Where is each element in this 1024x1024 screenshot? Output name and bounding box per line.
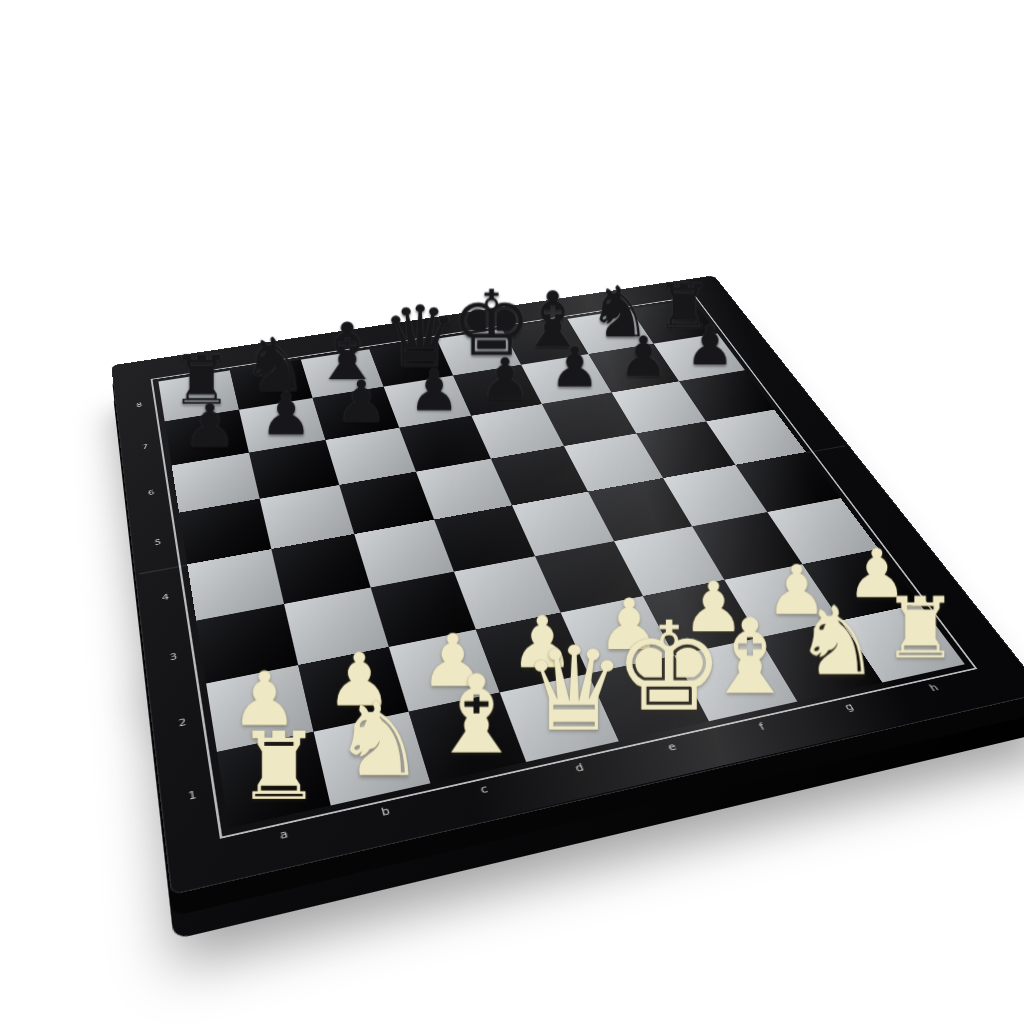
white-queen[interactable]: ♛ bbox=[522, 635, 619, 746]
square-a7[interactable]: ♟ bbox=[165, 410, 249, 465]
black-pawn[interactable]: ♟ bbox=[539, 342, 611, 395]
white-knight[interactable]: ♞ bbox=[790, 596, 883, 686]
square-f4[interactable] bbox=[588, 478, 692, 541]
black-pawn[interactable]: ♟ bbox=[324, 375, 399, 430]
square-h5[interactable] bbox=[706, 409, 806, 464]
product-photo: ♜♞♝♛♚♝♞♜♟♟♟♟♟♟♟♟♟♟♟♟♟♟♟♟♜♞♝♛♚♝♞♜ abcdefg… bbox=[0, 0, 1024, 1024]
white-knight[interactable]: ♞ bbox=[329, 691, 429, 788]
white-rook[interactable]: ♜ bbox=[874, 588, 966, 668]
rank-label-7: 7 bbox=[131, 424, 160, 472]
black-pawn[interactable]: ♟ bbox=[397, 364, 471, 418]
rank-label-2: 2 bbox=[164, 686, 202, 761]
black-pawn[interactable]: ♟ bbox=[607, 331, 679, 384]
rank-label-4: 4 bbox=[149, 567, 183, 629]
white-bishop[interactable]: ♝ bbox=[427, 664, 526, 767]
rank-label-8: 8 bbox=[126, 383, 154, 427]
scene: ♜♞♝♛♚♝♞♜♟♟♟♟♟♟♟♟♟♟♟♟♟♟♟♟♜♞♝♛♚♝♞♜ abcdefg… bbox=[0, 0, 1024, 1024]
white-rook[interactable]: ♜ bbox=[228, 721, 330, 810]
white-king[interactable]: ♚ bbox=[614, 609, 710, 726]
chessboard: ♜♞♝♛♚♝♞♜♟♟♟♟♟♟♟♟♟♟♟♟♟♟♟♟♜♞♝♛♚♝♞♜ abcdefg… bbox=[111, 275, 1024, 895]
rank-label-6: 6 bbox=[136, 467, 167, 519]
black-pawn[interactable]: ♟ bbox=[469, 353, 542, 407]
board-frame: ♜♞♝♛♚♝♞♜♟♟♟♟♟♟♟♟♟♟♟♟♟♟♟♟♜♞♝♛♚♝♞♜ abcdefg… bbox=[111, 275, 1024, 895]
rank-label-5: 5 bbox=[142, 515, 174, 572]
black-pawn[interactable]: ♟ bbox=[674, 321, 745, 373]
black-pawn[interactable]: ♟ bbox=[248, 387, 324, 443]
rank-label-1: 1 bbox=[173, 755, 214, 839]
rank-label-3: 3 bbox=[156, 624, 192, 692]
black-pawn[interactable]: ♟ bbox=[172, 399, 249, 455]
